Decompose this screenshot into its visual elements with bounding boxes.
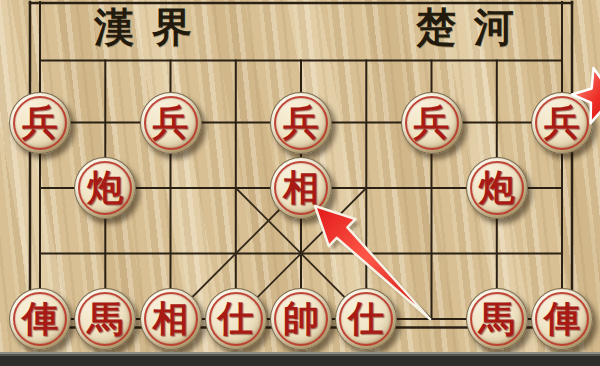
move-arrow xyxy=(315,206,430,319)
bottom-window-strip xyxy=(0,352,600,366)
xiangqi-board[interactable]: 漢界 楚河 兵兵兵兵兵炮相炮俥馬相仕帥仕馬俥 xyxy=(0,0,600,366)
star-sparkle-icon xyxy=(567,61,600,126)
annotation-layer xyxy=(0,0,600,366)
